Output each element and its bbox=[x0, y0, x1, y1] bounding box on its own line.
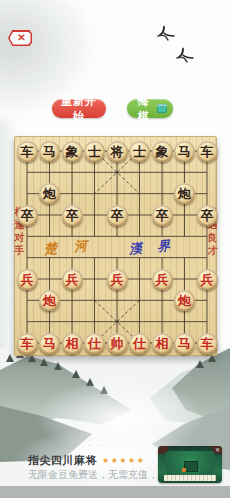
piece-red[interactable]: 马 bbox=[39, 333, 60, 354]
piece-red[interactable]: 帅 bbox=[107, 333, 128, 354]
close-button-face: ✕ bbox=[10, 32, 31, 45]
undo-button-label: 悔棋 bbox=[133, 94, 154, 124]
piece-black[interactable]: 车 bbox=[17, 141, 38, 162]
ad-banner[interactable]: · · 指尖四川麻将 ★★★★★ 无限金豆免费送，无需充值，这样的... ✕ bbox=[0, 442, 230, 492]
ad-subtitle: 无限金豆免费送，无需充值，这样的... bbox=[28, 468, 154, 482]
piece-black[interactable]: 马 bbox=[39, 141, 60, 162]
piece-red[interactable]: 炮 bbox=[39, 290, 60, 311]
mahjong-tile-strip bbox=[164, 475, 216, 481]
piece-black[interactable]: 卒 bbox=[197, 205, 218, 226]
piece-black[interactable]: 卒 bbox=[62, 205, 83, 226]
bird-icon bbox=[172, 46, 196, 64]
pieces-layer: 车马象士将士象马车炮炮卒卒卒卒卒兵兵兵兵兵炮炮车马相仕帅仕相马车 bbox=[14, 136, 217, 356]
gift-icon bbox=[157, 104, 167, 113]
ad-drag-dots: · · bbox=[88, 442, 107, 449]
ad-title: 指尖四川麻将 bbox=[28, 453, 97, 468]
piece-red[interactable]: 相 bbox=[62, 333, 83, 354]
piece-red[interactable]: 炮 bbox=[174, 290, 195, 311]
restart-button[interactable]: 重新开始 bbox=[52, 99, 106, 118]
piece-red[interactable]: 马 bbox=[174, 333, 195, 354]
ad-thumbnail[interactable]: ✕ bbox=[158, 446, 222, 483]
xiangqi-board[interactable]: 棋逢对手 将遇良才 楚河 漢界 车马象士将士象马车炮炮卒卒卒卒卒兵兵兵兵兵炮炮车… bbox=[14, 136, 217, 356]
piece-black[interactable]: 车 bbox=[197, 141, 218, 162]
piece-red[interactable]: 车 bbox=[17, 333, 38, 354]
piece-black[interactable]: 象 bbox=[62, 141, 83, 162]
xiangqi-app-screen: ✕ 重新开始 悔棋 棋逢对手 将遇良才 楚河 漢界 车马象士将士象马车炮炮卒卒卒… bbox=[0, 0, 230, 498]
piece-black[interactable]: 将 bbox=[107, 141, 128, 162]
close-icon: ✕ bbox=[17, 33, 25, 43]
piece-black[interactable]: 士 bbox=[129, 141, 150, 162]
piece-black[interactable]: 炮 bbox=[39, 183, 60, 204]
mahjong-tile-orange bbox=[182, 468, 186, 472]
bird-icon bbox=[154, 24, 176, 42]
piece-red[interactable]: 兵 bbox=[197, 269, 218, 290]
piece-black[interactable]: 卒 bbox=[152, 205, 173, 226]
piece-red[interactable]: 车 bbox=[197, 333, 218, 354]
ad-rating-stars: ★★★★★ bbox=[102, 456, 145, 465]
piece-red[interactable]: 相 bbox=[152, 333, 173, 354]
piece-black[interactable]: 炮 bbox=[174, 183, 195, 204]
thumbnail-close-icon[interactable]: ✕ bbox=[215, 446, 220, 453]
piece-black[interactable]: 马 bbox=[174, 141, 195, 162]
restart-button-label: 重新开始 bbox=[58, 94, 100, 124]
piece-red[interactable]: 仕 bbox=[84, 333, 105, 354]
undo-button[interactable]: 悔棋 bbox=[127, 99, 173, 118]
close-button[interactable]: ✕ bbox=[8, 30, 32, 46]
mahjong-center bbox=[184, 461, 198, 472]
piece-red[interactable]: 兵 bbox=[62, 269, 83, 290]
piece-black[interactable]: 士 bbox=[84, 141, 105, 162]
piece-black[interactable]: 卒 bbox=[17, 205, 38, 226]
piece-red[interactable]: 兵 bbox=[17, 269, 38, 290]
piece-red[interactable]: 仕 bbox=[129, 333, 150, 354]
piece-red[interactable]: 兵 bbox=[152, 269, 173, 290]
piece-black[interactable]: 卒 bbox=[107, 205, 128, 226]
piece-red[interactable]: 兵 bbox=[107, 269, 128, 290]
piece-black[interactable]: 象 bbox=[152, 141, 173, 162]
